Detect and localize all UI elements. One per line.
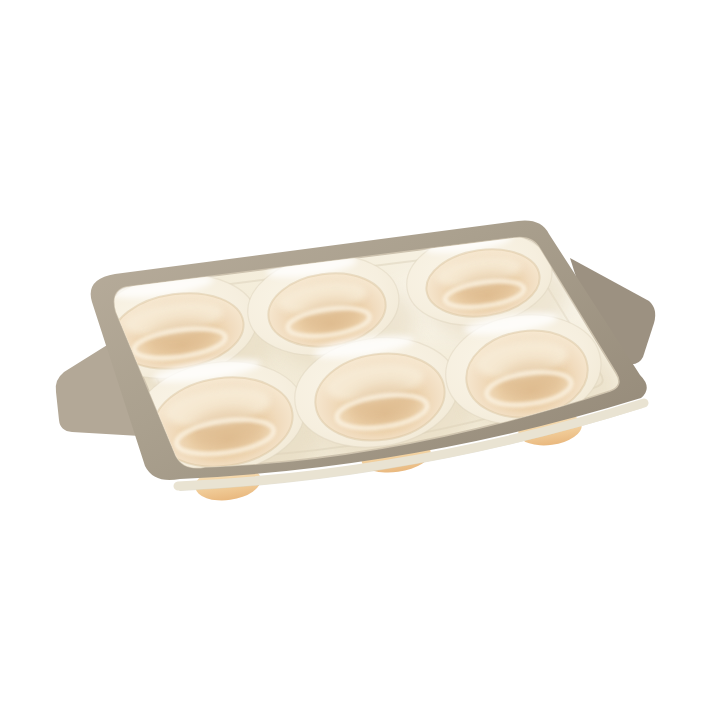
muffin-pan-photo bbox=[0, 0, 720, 720]
product-photo: Six-cup silicone muffin baking pan, crea… bbox=[0, 0, 720, 720]
